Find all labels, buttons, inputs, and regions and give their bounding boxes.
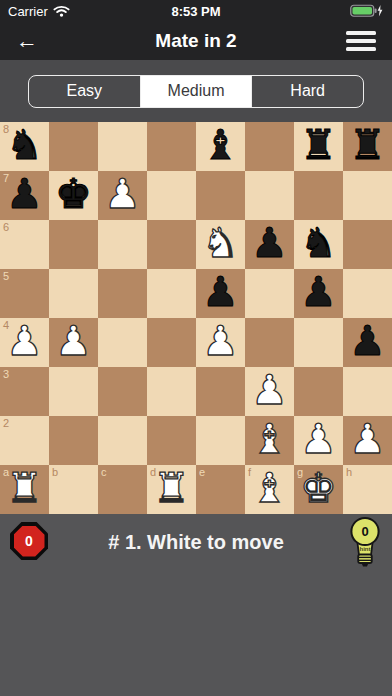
square-b5[interactable]	[49, 269, 98, 318]
piece-white-pawn: ♟	[300, 419, 337, 460]
square-b8[interactable]	[49, 122, 98, 171]
status-bar: Carrier 8:53 PM	[0, 0, 392, 22]
coordinate-label: 5	[3, 270, 9, 282]
square-c4[interactable]	[98, 318, 147, 367]
square-c8[interactable]	[98, 122, 147, 171]
piece-white-rook: ♜	[6, 468, 43, 509]
square-c3[interactable]	[98, 367, 147, 416]
square-d4[interactable]	[147, 318, 196, 367]
hint-label: hint	[360, 546, 371, 552]
piece-black-knight: ♞	[6, 125, 43, 166]
square-d1[interactable]: d♜	[147, 465, 196, 514]
square-h3[interactable]	[343, 367, 392, 416]
square-c2[interactable]	[98, 416, 147, 465]
coordinate-label: b	[52, 466, 58, 478]
square-b1[interactable]: b	[49, 465, 98, 514]
piece-white-pawn: ♟	[104, 174, 141, 215]
piece-black-rook: ♜	[349, 125, 386, 166]
piece-white-pawn: ♟	[202, 321, 239, 362]
back-button[interactable]: ←	[16, 30, 38, 52]
square-d5[interactable]	[147, 269, 196, 318]
chess-board[interactable]: 8♞♝♜♜7♟♚♟6♞♟♞5♟♟4♟♟♟♟3♟2♝♟♟a♜bcd♜ef♝g♚h	[0, 122, 392, 514]
nav-header: ← Mate in 2	[0, 22, 392, 60]
piece-white-pawn: ♟	[55, 321, 92, 362]
square-b2[interactable]	[49, 416, 98, 465]
square-d2[interactable]	[147, 416, 196, 465]
piece-white-bishop: ♝	[251, 419, 288, 460]
coordinate-label: h	[346, 466, 352, 478]
square-e8[interactable]: ♝	[196, 122, 245, 171]
square-e5[interactable]: ♟	[196, 269, 245, 318]
square-b4[interactable]: ♟	[49, 318, 98, 367]
piece-black-pawn: ♟	[251, 223, 288, 264]
square-f8[interactable]	[245, 122, 294, 171]
square-b3[interactable]	[49, 367, 98, 416]
square-g3[interactable]	[294, 367, 343, 416]
square-g8[interactable]: ♜	[294, 122, 343, 171]
square-h5[interactable]	[343, 269, 392, 318]
square-a7[interactable]: 7♟	[0, 171, 49, 220]
square-g5[interactable]: ♟	[294, 269, 343, 318]
square-a8[interactable]: 8♞	[0, 122, 49, 171]
square-e6[interactable]: ♞	[196, 220, 245, 269]
square-f6[interactable]: ♟	[245, 220, 294, 269]
puzzle-footer: 0 # 1. White to move 0 hint	[0, 514, 392, 696]
square-e1[interactable]: e	[196, 465, 245, 514]
piece-black-pawn: ♟	[202, 272, 239, 313]
square-b7[interactable]: ♚	[49, 171, 98, 220]
square-a3[interactable]: 3	[0, 367, 49, 416]
clock: 8:53 PM	[0, 4, 392, 19]
square-g1[interactable]: g♚	[294, 465, 343, 514]
square-c1[interactable]: c	[98, 465, 147, 514]
piece-black-pawn: ♟	[6, 174, 43, 215]
page-title: Mate in 2	[0, 30, 392, 52]
square-h2[interactable]: ♟	[343, 416, 392, 465]
square-f1[interactable]: f♝	[245, 465, 294, 514]
square-f3[interactable]: ♟	[245, 367, 294, 416]
square-d7[interactable]	[147, 171, 196, 220]
piece-white-knight: ♞	[202, 223, 239, 264]
square-g6[interactable]: ♞	[294, 220, 343, 269]
square-a2[interactable]: 2	[0, 416, 49, 465]
square-h8[interactable]: ♜	[343, 122, 392, 171]
piece-white-king: ♚	[300, 468, 337, 509]
square-e2[interactable]	[196, 416, 245, 465]
piece-white-pawn: ♟	[349, 419, 386, 460]
piece-black-bishop: ♝	[202, 125, 239, 166]
piece-black-pawn: ♟	[300, 272, 337, 313]
puzzle-status-text: # 1. White to move	[0, 531, 392, 554]
square-g7[interactable]	[294, 171, 343, 220]
coordinate-label: e	[199, 466, 205, 478]
piece-black-pawn: ♟	[349, 321, 386, 362]
square-c5[interactable]	[98, 269, 147, 318]
tab-easy[interactable]: Easy	[29, 76, 141, 107]
square-e7[interactable]	[196, 171, 245, 220]
square-f7[interactable]	[245, 171, 294, 220]
piece-white-bishop: ♝	[251, 468, 288, 509]
coordinate-label: c	[101, 466, 107, 478]
square-c7[interactable]: ♟	[98, 171, 147, 220]
square-g4[interactable]	[294, 318, 343, 367]
piece-white-rook: ♜	[153, 468, 190, 509]
square-h6[interactable]	[343, 220, 392, 269]
coordinate-label: 2	[3, 417, 9, 429]
hint-count: 0	[361, 524, 368, 539]
square-a4[interactable]: 4♟	[0, 318, 49, 367]
carrier-label: Carrier	[8, 4, 48, 19]
piece-white-pawn: ♟	[251, 370, 288, 411]
square-c6[interactable]	[98, 220, 147, 269]
coordinate-label: 6	[3, 221, 9, 233]
square-d8[interactable]	[147, 122, 196, 171]
square-e3[interactable]	[196, 367, 245, 416]
square-h1[interactable]: h	[343, 465, 392, 514]
square-e4[interactable]: ♟	[196, 318, 245, 367]
piece-black-king: ♚	[55, 174, 92, 215]
hamburger-menu-icon[interactable]	[346, 31, 376, 51]
tab-hard[interactable]: Hard	[252, 76, 363, 107]
piece-black-knight: ♞	[300, 223, 337, 264]
battery-icon	[350, 4, 384, 18]
square-g2[interactable]: ♟	[294, 416, 343, 465]
piece-black-rook: ♜	[300, 125, 337, 166]
square-b6[interactable]	[49, 220, 98, 269]
square-d6[interactable]	[147, 220, 196, 269]
square-a5[interactable]: 5	[0, 269, 49, 318]
square-a1[interactable]: a♜	[0, 465, 49, 514]
square-f5[interactable]	[245, 269, 294, 318]
coordinate-label: 3	[3, 368, 9, 380]
hint-bulb-button[interactable]: 0 hint	[343, 515, 387, 577]
difficulty-tabs: Easy Medium Hard	[28, 75, 364, 108]
square-f4[interactable]	[245, 318, 294, 367]
square-d3[interactable]	[147, 367, 196, 416]
square-h4[interactable]: ♟	[343, 318, 392, 367]
square-a6[interactable]: 6	[0, 220, 49, 269]
difficulty-strip: Easy Medium Hard	[0, 60, 392, 122]
square-h7[interactable]	[343, 171, 392, 220]
tab-medium[interactable]: Medium	[141, 76, 253, 107]
piece-white-pawn: ♟	[6, 321, 43, 362]
square-f2[interactable]: ♝	[245, 416, 294, 465]
app-screen: Carrier 8:53 PM ← Mate in 2 E	[0, 0, 392, 696]
